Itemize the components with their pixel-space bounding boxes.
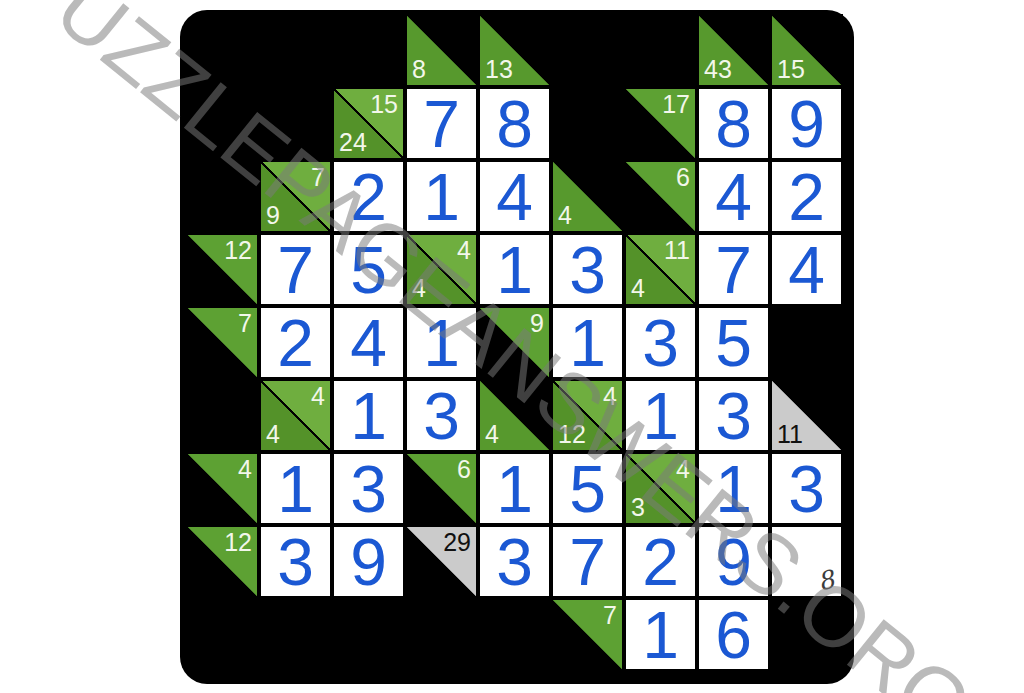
answer-digit: 5: [350, 237, 387, 303]
clue-cell-r2c3: 1524: [332, 87, 405, 160]
answer-cell-r4c8[interactable]: 7: [697, 233, 770, 306]
answer-cell-r9c7[interactable]: 1: [624, 598, 697, 671]
answer-digit: 5: [715, 310, 752, 376]
answer-digit: 1: [350, 383, 387, 449]
answer-cell-r8c3[interactable]: 9: [332, 525, 405, 598]
answer-digit: 1: [496, 456, 533, 522]
answer-cell-r5c6[interactable]: 1: [551, 306, 624, 379]
across-clue-number: 17: [662, 92, 690, 117]
across-clue-number: 12: [224, 530, 252, 555]
answer-digit: 4: [788, 237, 825, 303]
clue-cell-r3c6: 4: [551, 160, 624, 233]
across-clue-number: 11: [664, 238, 690, 263]
black-cell: [624, 14, 697, 87]
answer-digit: 1: [715, 456, 752, 522]
answer-digit: 9: [788, 91, 825, 157]
answer-digit: 2: [277, 310, 314, 376]
answer-cell-r5c4[interactable]: 1: [405, 306, 478, 379]
answer-cell-r4c3[interactable]: 5: [332, 233, 405, 306]
screenshot: 8134315152478178979214464212754413114747…: [0, 0, 1024, 693]
clue-cell-r4c7: 114: [624, 233, 697, 306]
clue-cell-r6c2: 44: [259, 379, 332, 452]
down-clue-number: 4: [558, 203, 572, 228]
answer-digit: 3: [569, 237, 606, 303]
across-clue-number: 4: [238, 457, 252, 482]
down-clue-number: 43: [704, 57, 732, 82]
answer-cell-r7c2[interactable]: 1: [259, 452, 332, 525]
clue-cell-r6c9: 11: [770, 379, 843, 452]
clue-cell-r1c9: 15: [770, 14, 843, 87]
answer-cell-r8c5[interactable]: 3: [478, 525, 551, 598]
down-clue-number: 4: [485, 422, 499, 447]
clue-cell-r7c4: 6: [405, 452, 478, 525]
clue-cell-r9c6: 7: [551, 598, 624, 671]
answer-digit: 1: [642, 383, 679, 449]
clue-cell-r4c1: 12: [186, 233, 259, 306]
black-cell: [186, 87, 259, 160]
pencil-note-digit: 8: [815, 565, 837, 597]
answer-digit: 3: [715, 383, 752, 449]
clue-cell-r5c5: 9: [478, 306, 551, 379]
answer-cell-r5c8[interactable]: 5: [697, 306, 770, 379]
answer-digit: 1: [569, 310, 606, 376]
answer-digit: 9: [350, 529, 387, 595]
answer-digit: 3: [277, 529, 314, 595]
answer-digit: 2: [788, 164, 825, 230]
black-cell: [259, 14, 332, 87]
answer-cell-r8c6[interactable]: 7: [551, 525, 624, 598]
answer-cell-r5c2[interactable]: 2: [259, 306, 332, 379]
across-clue-number: 6: [676, 165, 690, 190]
answer-cell-r3c5[interactable]: 4: [478, 160, 551, 233]
answer-cell-r3c3[interactable]: 2: [332, 160, 405, 233]
clue-cell-r6c6: 412: [551, 379, 624, 452]
down-clue-number: 4: [266, 422, 280, 447]
clue-cell-r6c5: 4: [478, 379, 551, 452]
answer-digit: 7: [277, 237, 314, 303]
answer-cell-r2c9[interactable]: 9: [770, 87, 843, 160]
across-clue-number: 4: [676, 457, 690, 482]
answer-digit: 7: [715, 237, 752, 303]
black-cell: [478, 598, 551, 671]
black-cell: [332, 14, 405, 87]
answer-cell-r8c2[interactable]: 3: [259, 525, 332, 598]
answer-cell-r3c8[interactable]: 4: [697, 160, 770, 233]
across-clue-number: 4: [603, 384, 617, 409]
clue-cell-r1c5: 13: [478, 14, 551, 87]
black-cell: [186, 160, 259, 233]
answer-cell-r3c4[interactable]: 1: [405, 160, 478, 233]
black-cell: [551, 87, 624, 160]
answer-digit: 3: [350, 456, 387, 522]
answer-digit: 3: [788, 456, 825, 522]
black-cell: [186, 14, 259, 87]
clue-cell-r1c4: 8: [405, 14, 478, 87]
answer-cell-r4c9[interactable]: 4: [770, 233, 843, 306]
answer-digit: 1: [423, 310, 460, 376]
answer-cell-r2c4[interactable]: 7: [405, 87, 478, 160]
answer-digit: 1: [277, 456, 314, 522]
answer-cell-r5c3[interactable]: 4: [332, 306, 405, 379]
across-clue-number: 7: [311, 165, 325, 190]
black-cell: [186, 598, 259, 671]
clue-cell-r1c8: 43: [697, 14, 770, 87]
answer-cell-r7c3[interactable]: 3: [332, 452, 405, 525]
black-cell: [551, 14, 624, 87]
across-clue-number: 4: [457, 238, 471, 263]
black-cell: [259, 87, 332, 160]
kakuro-grid: 8134315152478178979214464212754413114747…: [186, 14, 843, 671]
answer-digit: 9: [715, 529, 752, 595]
down-clue-number: 4: [631, 276, 645, 301]
black-cell: [186, 379, 259, 452]
across-clue-number: 15: [370, 92, 398, 117]
answer-cell-r7c6[interactable]: 5: [551, 452, 624, 525]
clue-cell-r4c4: 44: [405, 233, 478, 306]
answer-cell-r4c6[interactable]: 3: [551, 233, 624, 306]
across-clue-number: 7: [603, 603, 617, 628]
answer-digit: 4: [350, 310, 387, 376]
black-cell: [770, 306, 843, 379]
clue-cell-r8c1: 12: [186, 525, 259, 598]
down-clue-number: 4: [412, 276, 426, 301]
answer-cell-r7c9[interactable]: 3: [770, 452, 843, 525]
answer-digit: 2: [642, 529, 679, 595]
clue-cell-r5c1: 7: [186, 306, 259, 379]
answer-cell-r4c2[interactable]: 7: [259, 233, 332, 306]
answer-cell-r2c8[interactable]: 8: [697, 87, 770, 160]
answer-digit: 1: [642, 602, 679, 668]
answer-digit: 8: [496, 91, 533, 157]
answer-digit: 7: [423, 91, 460, 157]
black-cell: [332, 598, 405, 671]
across-clue-number: 7: [238, 311, 252, 336]
down-clue-number: 3: [631, 495, 645, 520]
clue-cell-r7c1: 4: [186, 452, 259, 525]
answer-digit: 4: [496, 164, 533, 230]
answer-digit: 2: [350, 164, 387, 230]
answer-cell-r6c3[interactable]: 1: [332, 379, 405, 452]
down-clue-number: 13: [485, 57, 513, 82]
answer-cell-r3c9[interactable]: 2: [770, 160, 843, 233]
down-clue-number: 8: [412, 57, 426, 82]
answer-cell-r8c9[interactable]: 8: [770, 525, 843, 598]
across-clue-number: 29: [443, 530, 471, 555]
down-clue-number: 9: [266, 203, 280, 228]
answer-cell-r4c5[interactable]: 1: [478, 233, 551, 306]
answer-cell-r9c8[interactable]: 6: [697, 598, 770, 671]
across-clue-number: 4: [311, 384, 325, 409]
across-clue-number: 6: [457, 457, 471, 482]
answer-cell-r7c5[interactable]: 1: [478, 452, 551, 525]
answer-cell-r8c8[interactable]: 9: [697, 525, 770, 598]
clue-cell-r3c2: 79: [259, 160, 332, 233]
across-clue-number: 12: [224, 238, 252, 263]
answer-digit: 7: [569, 529, 606, 595]
black-cell: [259, 598, 332, 671]
answer-digit: 8: [715, 91, 752, 157]
down-clue-number: 24: [339, 130, 367, 155]
clue-cell-r7c7: 43: [624, 452, 697, 525]
answer-digit: 3: [496, 529, 533, 595]
answer-digit: 1: [423, 164, 460, 230]
answer-cell-r6c8[interactable]: 3: [697, 379, 770, 452]
down-clue-number: 15: [777, 57, 805, 82]
down-clue-number: 11: [777, 422, 803, 447]
clue-cell-r3c7: 6: [624, 160, 697, 233]
answer-digit: 3: [642, 310, 679, 376]
answer-cell-r6c7[interactable]: 1: [624, 379, 697, 452]
black-cell: [405, 598, 478, 671]
answer-digit: 1: [496, 237, 533, 303]
kakuro-board: 8134315152478178979214464212754413114747…: [180, 10, 854, 684]
answer-cell-r5c7[interactable]: 3: [624, 306, 697, 379]
clue-cell-r8c4: 29: [405, 525, 478, 598]
answer-digit: 6: [715, 602, 752, 668]
answer-cell-r7c8[interactable]: 1: [697, 452, 770, 525]
answer-cell-r8c7[interactable]: 2: [624, 525, 697, 598]
across-clue-number: 9: [530, 311, 544, 336]
answer-digit: 4: [715, 164, 752, 230]
down-clue-number: 12: [558, 422, 586, 447]
answer-cell-r6c4[interactable]: 3: [405, 379, 478, 452]
clue-cell-r2c7: 17: [624, 87, 697, 160]
black-cell: [770, 598, 843, 671]
answer-cell-r2c5[interactable]: 8: [478, 87, 551, 160]
answer-digit: 5: [569, 456, 606, 522]
answer-digit: 3: [423, 383, 460, 449]
